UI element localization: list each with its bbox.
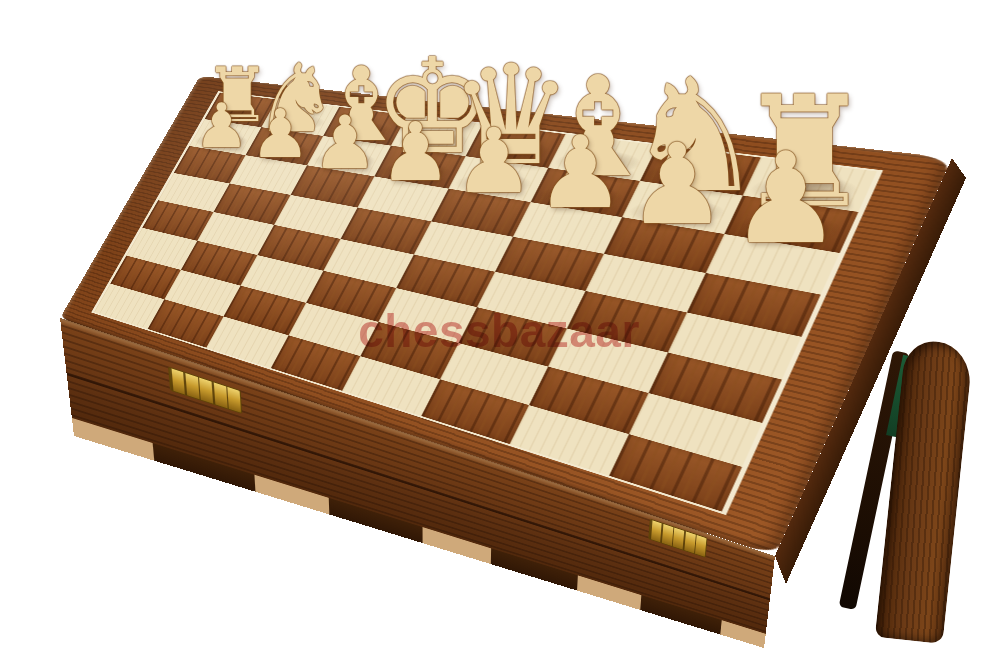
watermark: chessbazaar <box>358 304 640 358</box>
chess-box-photo: ♜♞♝♚♛♝♞♜♟♟♟♟♟♟♟♟ chessbazaar <box>0 0 1000 667</box>
